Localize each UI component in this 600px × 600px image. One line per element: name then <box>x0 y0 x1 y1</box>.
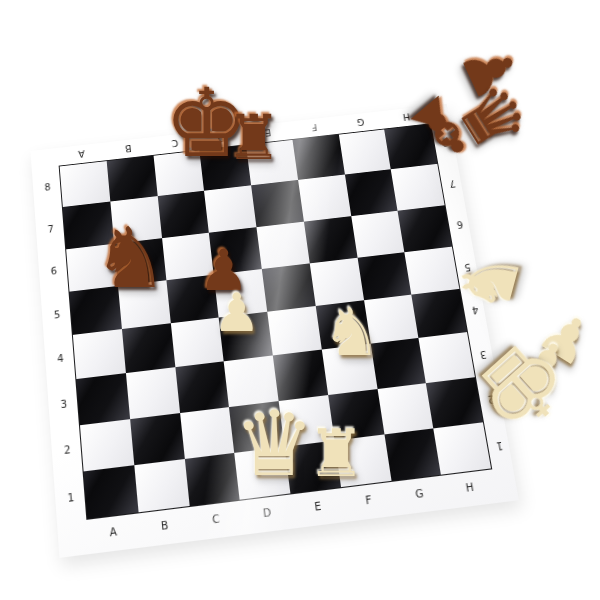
file-label-a: A <box>87 517 140 547</box>
square-g6 <box>351 210 405 257</box>
file-label-c: C <box>189 504 243 534</box>
square-e5 <box>262 263 316 312</box>
rank-label-8: 8 <box>36 166 60 209</box>
square-e7 <box>251 180 303 227</box>
file-label-b: B <box>138 510 192 540</box>
rank-label-2: 2 <box>54 426 80 476</box>
square-b1 <box>134 459 189 513</box>
square-e4 <box>267 306 321 356</box>
square-g2 <box>377 383 433 435</box>
square-b3 <box>126 367 180 418</box>
piece-light-rook-e1[interactable]: ♜ <box>307 421 365 486</box>
square-c2 <box>180 407 235 459</box>
square-e6 <box>256 221 309 269</box>
square-a4 <box>73 329 126 379</box>
square-g7 <box>344 169 397 215</box>
square-c3 <box>175 362 229 413</box>
square-b4 <box>122 323 175 373</box>
square-a2 <box>80 419 134 472</box>
file-label-d: D <box>240 498 294 528</box>
square-d7 <box>204 186 256 233</box>
piece-dark-rook-e8[interactable]: ♜ <box>226 107 282 169</box>
piece-light-pawn-d4[interactable]: ♟ <box>213 286 261 339</box>
rank-label-3: 3 <box>51 380 77 428</box>
square-f6 <box>304 216 357 263</box>
piece-dark-knight-b6[interactable]: ♞ <box>93 216 168 300</box>
file-label-h: H <box>443 472 497 501</box>
square-b8 <box>106 156 157 202</box>
rank-label-6: 6 <box>42 249 67 294</box>
chess-set-photo: ABCDEFGH ABCDEFGH 87654321 87654321 ♚♜♞♟… <box>0 0 600 600</box>
rank-label-4: 4 <box>48 335 74 382</box>
square-f7 <box>298 175 351 221</box>
square-a8 <box>60 161 110 207</box>
square-f8 <box>292 135 344 180</box>
file-label-g: G <box>392 479 446 508</box>
square-g8 <box>338 129 391 174</box>
piece-light-knight-f3[interactable]: ♞ <box>322 300 381 366</box>
piece-light-queen-d1[interactable]: ♛ <box>234 399 315 489</box>
square-h6 <box>398 205 452 252</box>
rank-label-5: 5 <box>45 292 70 338</box>
square-g1 <box>384 428 441 481</box>
square-b2 <box>130 413 184 465</box>
square-a3 <box>76 373 129 424</box>
square-a1 <box>84 465 139 519</box>
square-h1 <box>433 422 491 475</box>
rank-label-7: 7 <box>39 207 64 251</box>
rank-label-1: 1 <box>58 472 85 523</box>
square-c1 <box>184 453 240 506</box>
